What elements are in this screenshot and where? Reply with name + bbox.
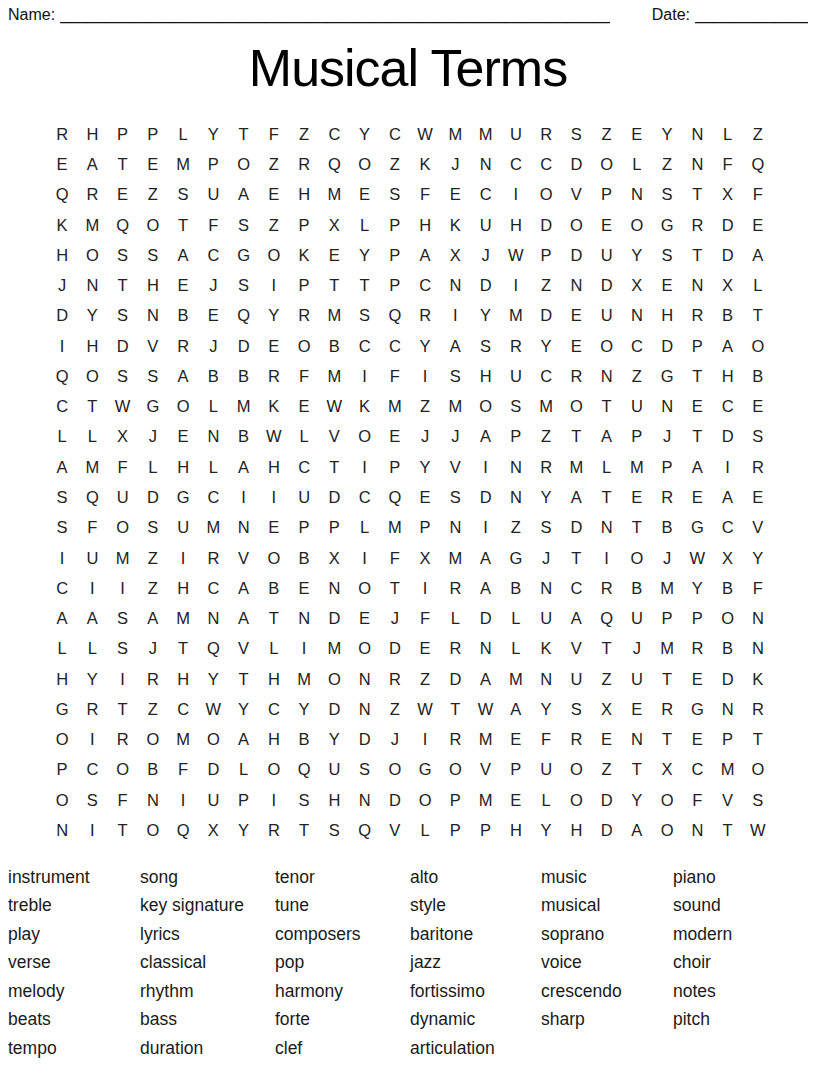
grid-cell-r12-c8: H [259, 452, 289, 482]
grid-cell-r6-c14: N [440, 271, 470, 301]
grid-cell-r17-c18: A [561, 603, 591, 633]
grid-cell-r22-c23: M [713, 755, 743, 785]
grid-cell-r23-c10: H [319, 785, 349, 815]
grid-cell-r12-c18: M [561, 452, 591, 482]
grid-cell-r21-c1: O [47, 725, 77, 755]
grid-cell-r9-c3: S [108, 361, 138, 391]
grid-cell-r8-c1: I [47, 331, 77, 361]
grid-cell-r14-c5: U [168, 513, 198, 543]
grid-cell-r10-c7: M [229, 392, 259, 422]
grid-cell-r12-c22: A [682, 452, 712, 482]
grid-cell-r7-c15: Y [471, 301, 501, 331]
grid-cell-r14-c24: V [743, 513, 773, 543]
grid-cell-r18-c19: T [592, 634, 622, 664]
grid-cell-r24-c4: O [138, 815, 168, 845]
grid-cell-r9-c11: I [350, 361, 380, 391]
grid-cell-r22-c16: P [501, 755, 531, 785]
name-blank-line: ________________________________________… [60, 6, 610, 24]
grid-cell-r13-c20: E [622, 482, 652, 512]
grid-cell-r7-c13: R [410, 301, 440, 331]
grid-cell-r4-c12: P [380, 210, 410, 240]
grid-cell-r11-c13: J [410, 422, 440, 452]
grid-cell-r4-c13: H [410, 210, 440, 240]
grid-cell-r10-c10: W [319, 392, 349, 422]
grid-cell-r22-c24: O [743, 755, 773, 785]
grid-cell-r8-c5: R [168, 331, 198, 361]
grid-cell-r13-c7: I [229, 482, 259, 512]
grid-cell-r6-c19: D [592, 271, 622, 301]
word-item: crescendo [541, 977, 673, 1006]
grid-cell-r3-c11: E [350, 180, 380, 210]
grid-cell-r13-c19: T [592, 482, 622, 512]
grid-cell-r9-c2: O [77, 361, 107, 391]
grid-cell-r6-c10: T [319, 271, 349, 301]
grid-cell-r3-c15: C [471, 180, 501, 210]
word-item: harmony [275, 977, 410, 1006]
grid-cell-r1-c1: R [47, 119, 77, 149]
grid-cell-r14-c23: C [713, 513, 743, 543]
grid-cell-r16-c20: B [622, 573, 652, 603]
grid-cell-r6-c6: J [198, 271, 228, 301]
grid-cell-r5-c7: G [229, 240, 259, 270]
grid-cell-r7-c19: U [592, 301, 622, 331]
grid-cell-r22-c18: O [561, 755, 591, 785]
grid-cell-r2-c17: C [531, 149, 561, 179]
grid-cell-r20-c3: T [108, 694, 138, 724]
grid-cell-r7-c14: I [440, 301, 470, 331]
grid-cell-r8-c6: J [198, 331, 228, 361]
grid-cell-r3-c3: E [108, 180, 138, 210]
grid-cell-r24-c7: Y [229, 815, 259, 845]
grid-cell-r16-c14: R [440, 573, 470, 603]
grid-cell-r21-c10: Y [319, 725, 349, 755]
word-list-column-3: tenortunecomposerspopharmonyforteclef [275, 863, 410, 1063]
grid-cell-r21-c12: J [380, 725, 410, 755]
grid-cell-r4-c4: O [138, 210, 168, 240]
grid-cell-r17-c15: D [471, 603, 501, 633]
grid-cell-r19-c18: U [561, 664, 591, 694]
grid-cell-r3-c8: E [259, 180, 289, 210]
word-item: dynamic [410, 1005, 541, 1034]
grid-cell-r13-c10: D [319, 482, 349, 512]
grid-cell-r2-c22: N [682, 149, 712, 179]
grid-cell-r21-c8: H [259, 725, 289, 755]
grid-cell-r17-c9: N [289, 603, 319, 633]
grid-cell-r15-c19: I [592, 543, 622, 573]
grid-cell-r10-c16: S [501, 392, 531, 422]
grid-cell-r11-c4: J [138, 422, 168, 452]
grid-cell-r5-c10: E [319, 240, 349, 270]
grid-cell-r15-c13: X [410, 543, 440, 573]
grid-cell-r12-c9: C [289, 452, 319, 482]
grid-cell-r6-c7: S [229, 271, 259, 301]
grid-cell-r22-c12: O [380, 755, 410, 785]
grid-cell-r8-c24: O [743, 331, 773, 361]
grid-cell-r4-c1: K [47, 210, 77, 240]
word-item: soprano [541, 920, 673, 949]
grid-cell-r15-c15: A [471, 543, 501, 573]
grid-cell-r5-c11: Y [350, 240, 380, 270]
grid-cell-r8-c3: D [108, 331, 138, 361]
word-item: style [410, 891, 541, 920]
grid-cell-r13-c24: E [743, 482, 773, 512]
grid-cell-r21-c7: A [229, 725, 259, 755]
grid-cell-r24-c20: A [622, 815, 652, 845]
grid-cell-r10-c11: K [350, 392, 380, 422]
grid-cell-r22-c14: O [440, 755, 470, 785]
grid-cell-r2-c8: Z [259, 149, 289, 179]
grid-cell-r3-c18: V [561, 180, 591, 210]
grid-cell-r1-c8: F [259, 119, 289, 149]
grid-cell-r10-c6: L [198, 392, 228, 422]
grid-cell-r2-c15: N [471, 149, 501, 179]
grid-cell-r6-c21: E [652, 271, 682, 301]
grid-cell-r12-c1: A [47, 452, 77, 482]
grid-cell-r5-c23: D [713, 240, 743, 270]
word-item: choir [673, 948, 809, 977]
grid-cell-r19-c17: N [531, 664, 561, 694]
grid-cell-r19-c10: O [319, 664, 349, 694]
grid-cell-r18-c4: J [138, 634, 168, 664]
grid-cell-r11-c21: J [652, 422, 682, 452]
grid-cell-r3-c12: S [380, 180, 410, 210]
grid-cell-r19-c22: E [682, 664, 712, 694]
grid-cell-r15-c24: Y [743, 543, 773, 573]
grid-cell-r15-c3: M [108, 543, 138, 573]
date-blank-line: _____________ [695, 6, 808, 24]
name-label: Name: [8, 6, 55, 24]
grid-cell-r21-c2: I [77, 725, 107, 755]
grid-cell-r2-c12: Z [380, 149, 410, 179]
grid-cell-r11-c6: N [198, 422, 228, 452]
grid-cell-r24-c23: T [713, 815, 743, 845]
grid-cell-r9-c6: B [198, 361, 228, 391]
grid-cell-r4-c7: S [229, 210, 259, 240]
grid-cell-r1-c4: P [138, 119, 168, 149]
grid-cell-r8-c19: O [592, 331, 622, 361]
grid-cell-r2-c13: K [410, 149, 440, 179]
grid-cell-r6-c17: Z [531, 271, 561, 301]
grid-cell-r13-c17: Y [531, 482, 561, 512]
grid-cell-r23-c13: O [410, 785, 440, 815]
grid-cell-r1-c9: Z [289, 119, 319, 149]
grid-cell-r22-c8: O [259, 755, 289, 785]
grid-cell-r7-c7: Q [229, 301, 259, 331]
grid-cell-r5-c21: S [652, 240, 682, 270]
grid-cell-r9-c15: H [471, 361, 501, 391]
grid-cell-r18-c10: M [319, 634, 349, 664]
grid-cell-r5-c13: A [410, 240, 440, 270]
grid-cell-r5-c12: P [380, 240, 410, 270]
grid-cell-r8-c14: A [440, 331, 470, 361]
word-item: duration [140, 1034, 275, 1063]
grid-cell-r3-c1: Q [47, 180, 77, 210]
word-item: classical [140, 948, 275, 977]
grid-cell-r15-c9: B [289, 543, 319, 573]
grid-cell-r5-c1: H [47, 240, 77, 270]
grid-cell-r14-c18: D [561, 513, 591, 543]
word-item: lyrics [140, 920, 275, 949]
grid-cell-r21-c16: E [501, 725, 531, 755]
grid-cell-r9-c10: M [319, 361, 349, 391]
grid-cell-r16-c6: C [198, 573, 228, 603]
grid-cell-r14-c6: M [198, 513, 228, 543]
grid-cell-r20-c7: Y [229, 694, 259, 724]
grid-cell-r20-c21: R [652, 694, 682, 724]
grid-cell-r24-c5: Q [168, 815, 198, 845]
grid-cell-r9-c13: I [410, 361, 440, 391]
grid-cell-r6-c8: I [259, 271, 289, 301]
grid-cell-r6-c5: E [168, 271, 198, 301]
word-item: pop [275, 948, 410, 977]
grid-cell-r11-c14: J [440, 422, 470, 452]
grid-cell-r12-c13: Y [410, 452, 440, 482]
word-item: tune [275, 891, 410, 920]
grid-cell-r9-c8: R [259, 361, 289, 391]
grid-cell-r16-c12: T [380, 573, 410, 603]
word-item: baritone [410, 920, 541, 949]
grid-cell-r13-c6: C [198, 482, 228, 512]
grid-cell-r8-c11: C [350, 331, 380, 361]
grid-cell-r13-c22: E [682, 482, 712, 512]
grid-cell-r14-c9: P [289, 513, 319, 543]
grid-cell-r3-c10: M [319, 180, 349, 210]
grid-cell-r24-c18: H [561, 815, 591, 845]
grid-cell-r5-c2: O [77, 240, 107, 270]
grid-cell-r17-c16: L [501, 603, 531, 633]
grid-cell-r18-c16: L [501, 634, 531, 664]
grid-cell-r12-c11: I [350, 452, 380, 482]
grid-cell-r14-c15: I [471, 513, 501, 543]
grid-cell-r19-c9: M [289, 664, 319, 694]
grid-cell-r13-c11: C [350, 482, 380, 512]
grid-cell-r17-c5: M [168, 603, 198, 633]
grid-cell-r17-c12: J [380, 603, 410, 633]
grid-cell-r2-c14: J [440, 149, 470, 179]
grid-cell-r23-c8: I [259, 785, 289, 815]
grid-cell-r7-c5: B [168, 301, 198, 331]
word-list-column-2: songkey signaturelyricsclassicalrhythmba… [140, 863, 275, 1063]
grid-cell-r7-c3: S [108, 301, 138, 331]
grid-cell-r18-c24: N [743, 634, 773, 664]
grid-cell-r24-c15: P [471, 815, 501, 845]
grid-cell-r21-c9: B [289, 725, 319, 755]
grid-cell-r18-c22: R [682, 634, 712, 664]
grid-cell-r11-c5: E [168, 422, 198, 452]
grid-cell-r16-c21: M [652, 573, 682, 603]
grid-cell-r23-c18: O [561, 785, 591, 815]
grid-cell-r24-c19: D [592, 815, 622, 845]
grid-cell-r14-c14: N [440, 513, 470, 543]
grid-cell-r1-c5: L [168, 119, 198, 149]
grid-cell-r20-c22: G [682, 694, 712, 724]
grid-cell-r5-c24: A [743, 240, 773, 270]
grid-cell-r13-c12: Q [380, 482, 410, 512]
grid-cell-r10-c3: W [108, 392, 138, 422]
grid-cell-r17-c7: A [229, 603, 259, 633]
grid-cell-r8-c15: S [471, 331, 501, 361]
grid-cell-r5-c16: W [501, 240, 531, 270]
grid-cell-r3-c9: H [289, 180, 319, 210]
grid-cell-r14-c19: N [592, 513, 622, 543]
grid-cell-r1-c2: H [77, 119, 107, 149]
grid-cell-r2-c19: O [592, 149, 622, 179]
grid-cell-r11-c15: A [471, 422, 501, 452]
grid-cell-r9-c19: N [592, 361, 622, 391]
grid-cell-r11-c2: L [77, 422, 107, 452]
grid-cell-r24-c16: H [501, 815, 531, 845]
grid-cell-r24-c2: I [77, 815, 107, 845]
grid-cell-r4-c10: X [319, 210, 349, 240]
grid-cell-r10-c5: O [168, 392, 198, 422]
grid-cell-r6-c18: N [561, 271, 591, 301]
grid-cell-r7-c4: N [138, 301, 168, 331]
word-item: treble [8, 891, 140, 920]
grid-cell-r19-c16: M [501, 664, 531, 694]
grid-cell-r11-c20: P [622, 422, 652, 452]
grid-cell-r15-c10: X [319, 543, 349, 573]
grid-cell-r6-c20: X [622, 271, 652, 301]
grid-cell-r22-c10: U [319, 755, 349, 785]
date-label: Date: [652, 6, 690, 24]
grid-cell-r15-c17: J [531, 543, 561, 573]
grid-cell-r10-c2: T [77, 392, 107, 422]
grid-cell-r4-c6: F [198, 210, 228, 240]
word-item: tenor [275, 863, 410, 892]
grid-cell-r16-c18: C [561, 573, 591, 603]
word-item: bass [140, 1005, 275, 1034]
grid-cell-r2-c2: A [77, 149, 107, 179]
grid-cell-r5-c5: A [168, 240, 198, 270]
word-item: notes [673, 977, 809, 1006]
grid-cell-r5-c8: O [259, 240, 289, 270]
grid-cell-r3-c7: A [229, 180, 259, 210]
grid-cell-r11-c17: Z [531, 422, 561, 452]
word-item: voice [541, 948, 673, 977]
grid-cell-r11-c11: O [350, 422, 380, 452]
grid-cell-r13-c1: S [47, 482, 77, 512]
grid-cell-r16-c7: A [229, 573, 259, 603]
grid-cell-r22-c1: P [47, 755, 77, 785]
grid-cell-r5-c3: S [108, 240, 138, 270]
grid-cell-r2-c21: Z [652, 149, 682, 179]
grid-cell-r3-c2: R [77, 180, 107, 210]
grid-cell-r23-c16: E [501, 785, 531, 815]
grid-cell-r1-c3: P [108, 119, 138, 149]
word-item: key signature [140, 891, 275, 920]
grid-cell-r24-c3: T [108, 815, 138, 845]
grid-cell-r16-c15: A [471, 573, 501, 603]
grid-cell-r19-c12: R [380, 664, 410, 694]
grid-cell-r8-c10: B [319, 331, 349, 361]
word-item: forte [275, 1005, 410, 1034]
grid-cell-r19-c20: U [622, 664, 652, 694]
grid-cell-r1-c17: R [531, 119, 561, 149]
grid-cell-r12-c6: L [198, 452, 228, 482]
grid-cell-r14-c12: M [380, 513, 410, 543]
grid-cell-r9-c5: A [168, 361, 198, 391]
grid-cell-r20-c12: Z [380, 694, 410, 724]
grid-cell-r16-c8: B [259, 573, 289, 603]
grid-cell-r11-c3: X [108, 422, 138, 452]
grid-cell-r2-c7: O [229, 149, 259, 179]
grid-cell-r16-c9: E [289, 573, 319, 603]
grid-cell-r21-c20: N [622, 725, 652, 755]
grid-cell-r5-c19: U [592, 240, 622, 270]
grid-cell-r16-c1: C [47, 573, 77, 603]
grid-cell-r23-c9: S [289, 785, 319, 815]
grid-cell-r23-c17: L [531, 785, 561, 815]
grid-cell-r15-c20: O [622, 543, 652, 573]
grid-cell-r4-c17: D [531, 210, 561, 240]
grid-cell-r12-c7: A [229, 452, 259, 482]
grid-cell-r21-c18: R [561, 725, 591, 755]
word-item: jazz [410, 948, 541, 977]
grid-cell-r23-c19: D [592, 785, 622, 815]
grid-cell-r19-c2: Y [77, 664, 107, 694]
grid-cell-r6-c12: P [380, 271, 410, 301]
grid-cell-r6-c3: T [108, 271, 138, 301]
grid-cell-r14-c1: S [47, 513, 77, 543]
grid-cell-r23-c21: O [652, 785, 682, 815]
grid-cell-r10-c1: C [47, 392, 77, 422]
grid-cell-r17-c20: U [622, 603, 652, 633]
grid-cell-r8-c21: D [652, 331, 682, 361]
grid-cell-r18-c9: I [289, 634, 319, 664]
grid-cell-r20-c8: C [259, 694, 289, 724]
grid-cell-r16-c24: F [743, 573, 773, 603]
grid-cell-r4-c8: Z [259, 210, 289, 240]
grid-cell-r7-c11: S [350, 301, 380, 331]
grid-cell-r19-c21: T [652, 664, 682, 694]
grid-cell-r9-c20: Z [622, 361, 652, 391]
grid-cell-r9-c12: F [380, 361, 410, 391]
grid-cell-r21-c13: I [410, 725, 440, 755]
grid-cell-r17-c14: L [440, 603, 470, 633]
grid-cell-r8-c4: V [138, 331, 168, 361]
grid-cell-r11-c7: B [229, 422, 259, 452]
grid-cell-r16-c5: H [168, 573, 198, 603]
grid-cell-r1-c13: W [410, 119, 440, 149]
grid-cell-r18-c11: O [350, 634, 380, 664]
grid-cell-r13-c18: A [561, 482, 591, 512]
grid-cell-r20-c5: C [168, 694, 198, 724]
grid-cell-r7-c20: N [622, 301, 652, 331]
grid-cell-r23-c20: Y [622, 785, 652, 815]
grid-cell-r9-c14: S [440, 361, 470, 391]
grid-cell-r18-c2: L [77, 634, 107, 664]
grid-cell-r12-c23: I [713, 452, 743, 482]
grid-cell-r5-c15: J [471, 240, 501, 270]
grid-cell-r12-c17: R [531, 452, 561, 482]
grid-cell-r23-c2: S [77, 785, 107, 815]
grid-cell-r23-c7: P [229, 785, 259, 815]
word-item: modern [673, 920, 809, 949]
grid-cell-r2-c16: C [501, 149, 531, 179]
grid-cell-r14-c17: S [531, 513, 561, 543]
grid-cell-r17-c1: A [47, 603, 77, 633]
grid-cell-r17-c4: A [138, 603, 168, 633]
word-item: verse [8, 948, 140, 977]
grid-cell-r11-c8: W [259, 422, 289, 452]
grid-cell-r4-c16: H [501, 210, 531, 240]
grid-cell-r21-c21: T [652, 725, 682, 755]
grid-cell-r9-c22: T [682, 361, 712, 391]
grid-cell-r21-c5: M [168, 725, 198, 755]
word-item: articulation [410, 1034, 541, 1063]
word-item: pitch [673, 1005, 809, 1034]
grid-cell-r16-c22: Y [682, 573, 712, 603]
